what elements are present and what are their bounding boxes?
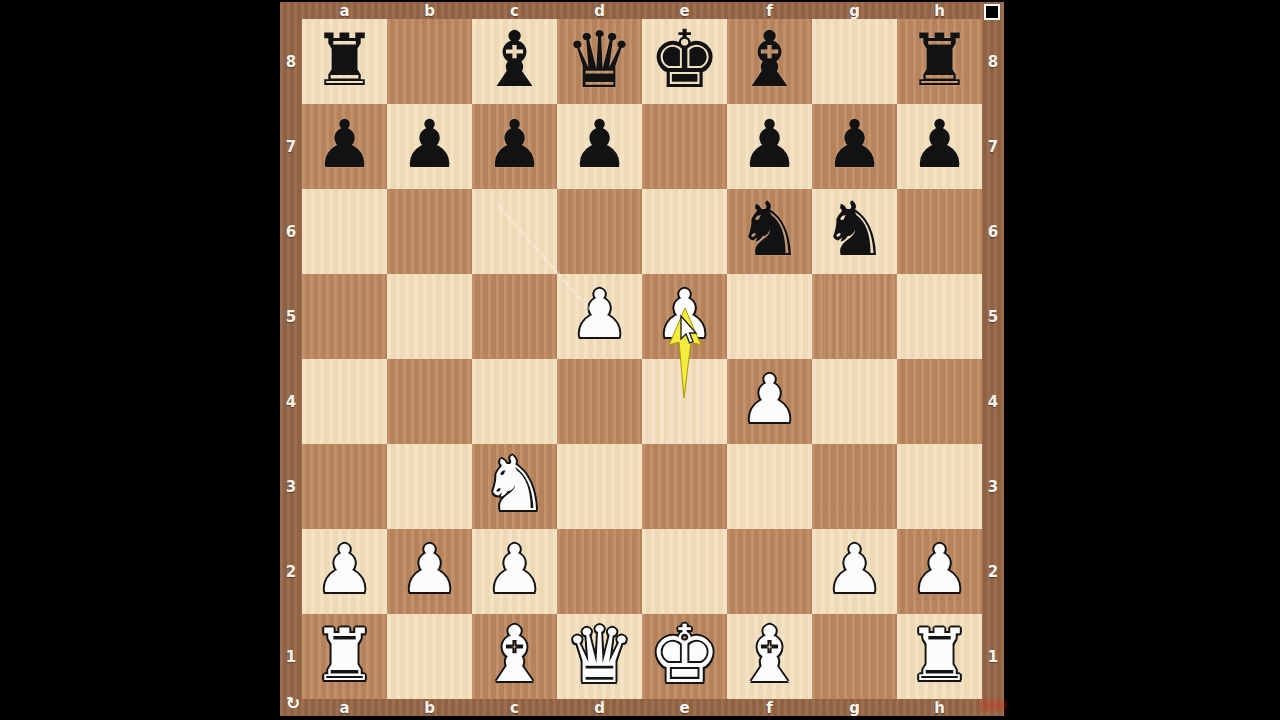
square-e8[interactable]: ♚ — [642, 19, 727, 104]
piece-white-pawn[interactable]: ♟ — [655, 282, 714, 348]
piece-white-rook[interactable]: ♜ — [907, 619, 972, 691]
square-h6[interactable] — [897, 189, 982, 274]
square-b4[interactable] — [387, 359, 472, 444]
rank-label-8: 8 — [982, 19, 1004, 104]
rank-label-4: 4 — [982, 359, 1004, 444]
file-label-d: d — [557, 699, 642, 717]
square-a4[interactable] — [302, 359, 387, 444]
square-f7[interactable]: ♟ — [727, 104, 812, 189]
piece-black-knight[interactable]: ♞ — [736, 192, 803, 267]
piece-white-pawn[interactable]: ♟ — [825, 537, 884, 603]
file-label-b: b — [387, 699, 472, 717]
side-to-move-indicator — [984, 4, 1000, 20]
file-label-g: g — [812, 2, 897, 20]
piece-white-king[interactable]: ♚ — [649, 615, 721, 695]
square-b1[interactable] — [387, 614, 472, 699]
square-e5[interactable]: ♟ — [642, 274, 727, 359]
square-a6[interactable] — [302, 189, 387, 274]
square-a8[interactable]: ♜ — [302, 19, 387, 104]
piece-black-pawn[interactable]: ♟ — [825, 112, 884, 178]
piece-black-king[interactable]: ♚ — [649, 20, 721, 100]
piece-black-pawn[interactable]: ♟ — [740, 112, 799, 178]
square-g8[interactable] — [812, 19, 897, 104]
file-label-g: g — [812, 699, 897, 717]
piece-white-queen[interactable]: ♛ — [565, 616, 635, 694]
piece-black-bishop[interactable]: ♝ — [480, 21, 549, 98]
rank-label-3: 3 — [280, 444, 302, 529]
rank-label-7: 7 — [280, 104, 302, 189]
rank-label-6: 6 — [280, 189, 302, 274]
chess-board: ♜♝♛♚♝♜♟♟♟♟♟♟♟♞♞♟♟♟♞♟♟♟♟♟♜♝♛♚♝♜ — [302, 19, 982, 699]
chess-board-frame: abcdefgh abcdefgh 87654321 87654321 ♜♝♛♚… — [280, 2, 1004, 716]
rank-label-4: 4 — [280, 359, 302, 444]
square-f5[interactable] — [727, 274, 812, 359]
square-g5[interactable] — [812, 274, 897, 359]
square-d8[interactable]: ♛ — [557, 19, 642, 104]
square-c1[interactable]: ♝ — [472, 614, 557, 699]
square-c8[interactable]: ♝ — [472, 19, 557, 104]
square-d2[interactable] — [557, 529, 642, 614]
square-g3[interactable] — [812, 444, 897, 529]
piece-white-bishop[interactable]: ♝ — [480, 616, 549, 693]
compression-artifact-red — [980, 700, 1006, 711]
file-labels-bottom: abcdefgh — [302, 699, 982, 716]
square-c4[interactable] — [472, 359, 557, 444]
rank-label-2: 2 — [982, 529, 1004, 614]
piece-black-rook[interactable]: ♜ — [312, 24, 377, 96]
square-d1[interactable]: ♛ — [557, 614, 642, 699]
square-c3[interactable]: ♞ — [472, 444, 557, 529]
square-b3[interactable] — [387, 444, 472, 529]
rank-label-5: 5 — [982, 274, 1004, 359]
piece-white-bishop[interactable]: ♝ — [735, 616, 804, 693]
piece-white-pawn[interactable]: ♟ — [910, 537, 969, 603]
square-f4[interactable]: ♟ — [727, 359, 812, 444]
rank-label-6: 6 — [982, 189, 1004, 274]
square-g2[interactable]: ♟ — [812, 529, 897, 614]
square-h7[interactable]: ♟ — [897, 104, 982, 189]
rank-label-8: 8 — [280, 19, 302, 104]
rank-label-1: 1 — [280, 614, 302, 699]
square-f2[interactable] — [727, 529, 812, 614]
piece-black-pawn[interactable]: ♟ — [315, 112, 374, 178]
square-d5[interactable]: ♟ — [557, 274, 642, 359]
file-label-b: b — [387, 2, 472, 20]
flip-board-icon[interactable]: ↻ — [283, 692, 303, 714]
square-c7[interactable]: ♟ — [472, 104, 557, 189]
square-d6[interactable] — [557, 189, 642, 274]
file-label-h: h — [897, 699, 982, 717]
square-c6[interactable] — [472, 189, 557, 274]
piece-white-rook[interactable]: ♜ — [312, 619, 377, 691]
rank-labels-right: 87654321 — [982, 19, 1004, 699]
square-c2[interactable]: ♟ — [472, 529, 557, 614]
square-b6[interactable] — [387, 189, 472, 274]
square-h3[interactable] — [897, 444, 982, 529]
square-a5[interactable] — [302, 274, 387, 359]
square-e6[interactable] — [642, 189, 727, 274]
file-label-a: a — [302, 699, 387, 717]
square-f3[interactable] — [727, 444, 812, 529]
piece-black-queen[interactable]: ♛ — [565, 21, 635, 99]
piece-black-rook[interactable]: ♜ — [907, 24, 972, 96]
square-g7[interactable]: ♟ — [812, 104, 897, 189]
square-d4[interactable] — [557, 359, 642, 444]
square-b2[interactable]: ♟ — [387, 529, 472, 614]
piece-black-bishop[interactable]: ♝ — [735, 21, 804, 98]
square-h2[interactable]: ♟ — [897, 529, 982, 614]
square-f8[interactable]: ♝ — [727, 19, 812, 104]
square-e7[interactable] — [642, 104, 727, 189]
square-b8[interactable] — [387, 19, 472, 104]
square-h5[interactable] — [897, 274, 982, 359]
square-b7[interactable]: ♟ — [387, 104, 472, 189]
square-g6[interactable]: ♞ — [812, 189, 897, 274]
file-label-f: f — [727, 699, 812, 717]
rank-label-3: 3 — [982, 444, 1004, 529]
square-b5[interactable] — [387, 274, 472, 359]
rank-labels-left: 87654321 — [280, 19, 302, 699]
square-d7[interactable]: ♟ — [557, 104, 642, 189]
square-g1[interactable] — [812, 614, 897, 699]
piece-white-knight[interactable]: ♞ — [481, 447, 548, 522]
square-a7[interactable]: ♟ — [302, 104, 387, 189]
square-e4[interactable] — [642, 359, 727, 444]
square-f1[interactable]: ♝ — [727, 614, 812, 699]
square-h4[interactable] — [897, 359, 982, 444]
file-labels-top: abcdefgh — [302, 2, 982, 19]
piece-black-pawn[interactable]: ♟ — [485, 112, 544, 178]
file-label-e: e — [642, 699, 727, 717]
square-f6[interactable]: ♞ — [727, 189, 812, 274]
rank-label-1: 1 — [982, 614, 1004, 699]
square-a1[interactable]: ♜ — [302, 614, 387, 699]
piece-white-pawn[interactable]: ♟ — [400, 537, 459, 603]
square-h1[interactable]: ♜ — [897, 614, 982, 699]
video-frame: abcdefgh abcdefgh 87654321 87654321 ♜♝♛♚… — [0, 0, 1280, 720]
square-e1[interactable]: ♚ — [642, 614, 727, 699]
file-label-c: c — [472, 699, 557, 717]
square-a3[interactable] — [302, 444, 387, 529]
piece-white-pawn[interactable]: ♟ — [570, 282, 629, 348]
square-e2[interactable] — [642, 529, 727, 614]
piece-black-knight[interactable]: ♞ — [821, 192, 888, 267]
square-d3[interactable] — [557, 444, 642, 529]
square-a2[interactable]: ♟ — [302, 529, 387, 614]
rank-label-7: 7 — [982, 104, 1004, 189]
piece-black-pawn[interactable]: ♟ — [400, 112, 459, 178]
square-g4[interactable] — [812, 359, 897, 444]
piece-white-pawn[interactable]: ♟ — [740, 367, 799, 433]
square-e3[interactable] — [642, 444, 727, 529]
rank-label-2: 2 — [280, 529, 302, 614]
piece-white-pawn[interactable]: ♟ — [315, 537, 374, 603]
square-h8[interactable]: ♜ — [897, 19, 982, 104]
piece-black-pawn[interactable]: ♟ — [910, 112, 969, 178]
piece-black-pawn[interactable]: ♟ — [570, 112, 629, 178]
piece-white-pawn[interactable]: ♟ — [485, 537, 544, 603]
square-c5[interactable] — [472, 274, 557, 359]
rank-label-5: 5 — [280, 274, 302, 359]
